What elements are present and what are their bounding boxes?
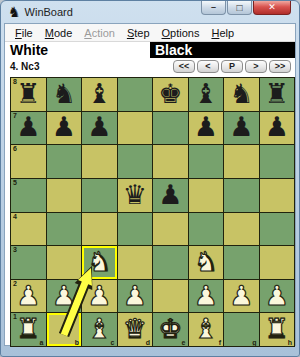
white-bishop-f1[interactable]: ♝ — [194, 315, 218, 342]
black-pawn-f7[interactable]: ♟ — [194, 113, 218, 140]
white-queen-d1[interactable]: ♛ — [123, 315, 147, 342]
white-pawn-h2[interactable]: ♟ — [265, 282, 289, 309]
square-d4[interactable] — [118, 213, 153, 246]
black-knight-b8[interactable]: ♞ — [52, 80, 76, 107]
black-bishop-c8[interactable]: ♝ — [87, 80, 111, 107]
menu-item-options[interactable]: Options — [156, 26, 206, 40]
menu-item-mode[interactable]: Mode — [39, 26, 79, 40]
menu-item-file[interactable]: File — [9, 26, 39, 40]
square-e7[interactable] — [153, 112, 188, 145]
white-pawn-d2[interactable]: ♟ — [123, 282, 147, 309]
square-c5[interactable] — [82, 179, 117, 212]
white-pawn-f2[interactable]: ♟ — [194, 282, 218, 309]
white-pawn-b2[interactable]: ♟ — [52, 282, 76, 309]
move-indicator: 4. Nc3 — [10, 61, 39, 72]
black-pawn-e5[interactable]: ♟ — [158, 181, 182, 208]
black-knight-icon: ♞ — [8, 5, 21, 19]
square-h8[interactable]: ♜ — [260, 78, 295, 111]
file-label-c: c — [111, 339, 115, 346]
window-controls — [200, 1, 291, 15]
black-pawn-h7[interactable]: ♟ — [265, 113, 289, 140]
square-g2[interactable]: ♟ — [224, 280, 259, 313]
square-a5[interactable]: 5 — [11, 179, 46, 212]
white-bishop-c1[interactable]: ♝ — [87, 315, 111, 342]
white-player-label: White — [5, 42, 150, 58]
square-e2[interactable] — [153, 280, 188, 313]
white-rook-h1[interactable]: ♜ — [265, 315, 289, 342]
square-h4[interactable] — [260, 213, 295, 246]
rank-label-2: 2 — [13, 280, 17, 287]
menu-item-action: Action — [78, 26, 121, 40]
file-label-h: h — [288, 339, 292, 346]
square-a3[interactable]: 3 — [11, 246, 46, 279]
black-pawn-c7[interactable]: ♟ — [87, 113, 111, 140]
square-c8[interactable]: ♝ — [82, 78, 117, 111]
square-c7[interactable]: ♟ — [82, 112, 117, 145]
square-h5[interactable] — [260, 179, 295, 212]
players-row: White Black — [5, 42, 295, 58]
square-d3[interactable] — [118, 246, 153, 279]
file-label-b: b — [75, 339, 79, 346]
maximize-button[interactable] — [227, 1, 252, 15]
square-d8[interactable] — [118, 78, 153, 111]
black-pawn-a7[interactable]: ♟ — [16, 113, 40, 140]
square-b3[interactable] — [47, 246, 82, 279]
square-g6[interactable] — [224, 145, 259, 178]
square-e5[interactable]: ♟ — [153, 179, 188, 212]
rank-label-5: 5 — [13, 179, 17, 186]
square-f7[interactable]: ♟ — [189, 112, 224, 145]
white-pawn-c2[interactable]: ♟ — [87, 282, 111, 309]
step-forward-button[interactable]: > — [245, 60, 267, 73]
square-g4[interactable] — [224, 213, 259, 246]
file-label-f: f — [219, 339, 221, 346]
rewind-to-start-button[interactable]: << — [173, 60, 195, 73]
square-f2[interactable]: ♟ — [189, 280, 224, 313]
square-f3[interactable]: ♞ — [189, 246, 224, 279]
white-king-e1[interactable]: ♚ — [158, 315, 182, 342]
square-e4[interactable] — [153, 213, 188, 246]
square-e3[interactable] — [153, 246, 188, 279]
square-a1[interactable]: 1a♜ — [11, 313, 46, 346]
window-title: WinBoard — [25, 6, 73, 18]
square-c1[interactable]: c♝ — [82, 313, 117, 346]
fast-forward-button[interactable]: >> — [269, 60, 291, 73]
square-h7[interactable]: ♟ — [260, 112, 295, 145]
square-g1[interactable]: g — [224, 313, 259, 346]
square-b5[interactable] — [47, 179, 82, 212]
close-button[interactable] — [253, 1, 291, 15]
square-h3[interactable] — [260, 246, 295, 279]
square-d5[interactable]: ♛ — [118, 179, 153, 212]
file-label-d: d — [146, 339, 150, 346]
square-d2[interactable]: ♟ — [118, 280, 153, 313]
nav-buttons: <<<P>>> — [173, 60, 291, 73]
pause-button[interactable]: P — [221, 60, 243, 73]
square-a7[interactable]: 7♟ — [11, 112, 46, 145]
square-h2[interactable]: ♟ — [260, 280, 295, 313]
square-g7[interactable]: ♟ — [224, 112, 259, 145]
rank-label-7: 7 — [13, 112, 17, 119]
square-c6[interactable] — [82, 145, 117, 178]
square-a6[interactable]: 6 — [11, 145, 46, 178]
square-a2[interactable]: 2♟ — [11, 280, 46, 313]
square-b7[interactable]: ♟ — [47, 112, 82, 145]
board-area: 8♜♞♝♚♝♞♜7♟♟♟♟♟♟65♛♟43♞♞2♟♟♟♟♟♟♟1a♜bc♝d♛e… — [10, 77, 295, 347]
square-g5[interactable] — [224, 179, 259, 212]
rank-label-3: 3 — [13, 246, 17, 253]
file-label-e: e — [182, 339, 186, 346]
status-row: 4. Nc3 <<<P>>> — [5, 58, 295, 75]
square-e1[interactable]: e♚ — [153, 313, 188, 346]
white-knight-f3[interactable]: ♞ — [194, 248, 218, 275]
menu-item-step[interactable]: Step — [121, 26, 156, 40]
square-f8[interactable]: ♝ — [189, 78, 224, 111]
square-e8[interactable]: ♚ — [153, 78, 188, 111]
square-f6[interactable] — [189, 145, 224, 178]
square-b8[interactable]: ♞ — [47, 78, 82, 111]
square-d6[interactable] — [118, 145, 153, 178]
black-player-label: Black — [150, 42, 295, 58]
white-pawn-a2[interactable]: ♟ — [16, 282, 40, 309]
square-b2[interactable]: ♟ — [47, 280, 82, 313]
black-bishop-f8[interactable]: ♝ — [194, 80, 218, 107]
square-h6[interactable] — [260, 145, 295, 178]
square-d1[interactable]: d♛ — [118, 313, 153, 346]
square-b4[interactable] — [47, 213, 82, 246]
square-c4[interactable] — [82, 213, 117, 246]
file-label-a: a — [40, 339, 44, 346]
black-pawn-b7[interactable]: ♟ — [52, 113, 76, 140]
square-f5[interactable] — [189, 179, 224, 212]
square-f4[interactable] — [189, 213, 224, 246]
step-back-button[interactable]: < — [197, 60, 219, 73]
title-bar[interactable]: ♞ WinBoard — [1, 1, 299, 23]
window-content: FileModeActionStepOptionsHelp White Blac… — [4, 23, 296, 346]
square-a4[interactable]: 4 — [11, 213, 46, 246]
square-c2[interactable]: ♟ — [82, 280, 117, 313]
minimize-button[interactable] — [201, 1, 226, 15]
square-g3[interactable] — [224, 246, 259, 279]
rank-label-1: 1 — [13, 313, 17, 320]
menu-item-help[interactable]: Help — [205, 26, 240, 40]
white-knight-c3[interactable]: ♞ — [87, 248, 111, 275]
square-g8[interactable]: ♞ — [224, 78, 259, 111]
square-b1[interactable]: b — [47, 313, 82, 346]
square-d7[interactable] — [118, 112, 153, 145]
square-e6[interactable] — [153, 145, 188, 178]
menu-bar: FileModeActionStepOptionsHelp — [5, 24, 295, 42]
square-f1[interactable]: f♝ — [189, 313, 224, 346]
rank-label-4: 4 — [13, 213, 17, 220]
black-pawn-g7[interactable]: ♟ — [229, 113, 253, 140]
white-rook-a1[interactable]: ♜ — [16, 315, 40, 342]
chess-board[interactable]: 8♜♞♝♚♝♞♜7♟♟♟♟♟♟65♛♟43♞♞2♟♟♟♟♟♟♟1a♜bc♝d♛e… — [10, 77, 295, 347]
white-pawn-g2[interactable]: ♟ — [229, 282, 253, 309]
square-h1[interactable]: h♜ — [260, 313, 295, 346]
file-label-g: g — [252, 339, 256, 346]
black-king-e8[interactable]: ♚ — [158, 80, 182, 107]
square-c3[interactable]: ♞ — [82, 246, 117, 279]
rank-label-8: 8 — [13, 78, 17, 85]
black-knight-g8[interactable]: ♞ — [229, 80, 253, 107]
square-b6[interactable] — [47, 145, 82, 178]
rank-label-6: 6 — [13, 145, 17, 152]
winboard-window: ♞ WinBoard FileModeActionStepOptionsHelp… — [0, 0, 300, 357]
square-a8[interactable]: 8♜ — [11, 78, 46, 111]
black-rook-h8[interactable]: ♜ — [265, 80, 289, 107]
black-rook-a8[interactable]: ♜ — [16, 80, 40, 107]
black-queen-d5[interactable]: ♛ — [123, 181, 147, 208]
